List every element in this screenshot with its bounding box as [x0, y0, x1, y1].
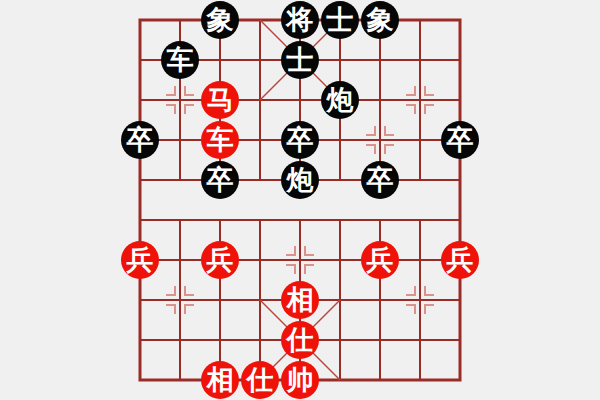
piece-red-soldier[interactable]: 兵 — [441, 241, 479, 279]
point-marker — [286, 265, 295, 274]
piece-black-cannon[interactable]: 炮 — [321, 81, 359, 119]
piece-red-horse[interactable]: 马 — [201, 81, 239, 119]
piece-red-advisor[interactable]: 仕 — [241, 361, 279, 399]
point-marker — [366, 145, 375, 154]
point-marker — [166, 305, 175, 314]
piece-black-soldier[interactable]: 卒 — [441, 121, 479, 159]
piece-red-elephant[interactable]: 相 — [281, 281, 319, 319]
piece-red-advisor[interactable]: 仕 — [281, 321, 319, 359]
point-marker — [406, 105, 415, 114]
point-marker — [286, 246, 295, 255]
piece-black-general[interactable]: 将 — [281, 1, 319, 39]
point-marker — [425, 305, 434, 314]
point-marker — [385, 145, 394, 154]
point-marker — [185, 286, 194, 295]
point-marker — [366, 126, 375, 135]
piece-black-advisor[interactable]: 士 — [281, 41, 319, 79]
point-marker — [406, 86, 415, 95]
piece-black-soldier[interactable]: 卒 — [201, 161, 239, 199]
point-marker — [425, 286, 434, 295]
piece-red-general[interactable]: 帅 — [281, 361, 319, 399]
piece-black-chariot[interactable]: 车 — [161, 41, 199, 79]
point-marker — [166, 105, 175, 114]
point-marker — [406, 286, 415, 295]
point-marker — [166, 86, 175, 95]
piece-red-elephant[interactable]: 相 — [201, 361, 239, 399]
piece-red-chariot[interactable]: 车 — [201, 121, 239, 159]
point-marker — [305, 265, 314, 274]
point-marker — [385, 126, 394, 135]
point-marker — [185, 105, 194, 114]
piece-red-soldier[interactable]: 兵 — [201, 241, 239, 279]
piece-black-advisor[interactable]: 士 — [321, 1, 359, 39]
xiangqi-board[interactable]: 象将士象车士马炮卒车卒卒卒炮卒兵兵兵兵相仕相仕帅 — [0, 0, 600, 400]
point-marker — [425, 105, 434, 114]
piece-black-elephant[interactable]: 象 — [201, 1, 239, 39]
piece-red-soldier[interactable]: 兵 — [361, 241, 399, 279]
point-marker — [406, 305, 415, 314]
point-marker — [305, 246, 314, 255]
piece-black-cannon[interactable]: 炮 — [281, 161, 319, 199]
piece-red-soldier[interactable]: 兵 — [121, 241, 159, 279]
point-marker — [185, 86, 194, 95]
piece-black-soldier[interactable]: 卒 — [361, 161, 399, 199]
point-marker — [166, 286, 175, 295]
piece-black-soldier[interactable]: 卒 — [281, 121, 319, 159]
point-marker — [425, 86, 434, 95]
point-marker — [185, 305, 194, 314]
piece-black-elephant[interactable]: 象 — [361, 1, 399, 39]
piece-black-soldier[interactable]: 卒 — [121, 121, 159, 159]
